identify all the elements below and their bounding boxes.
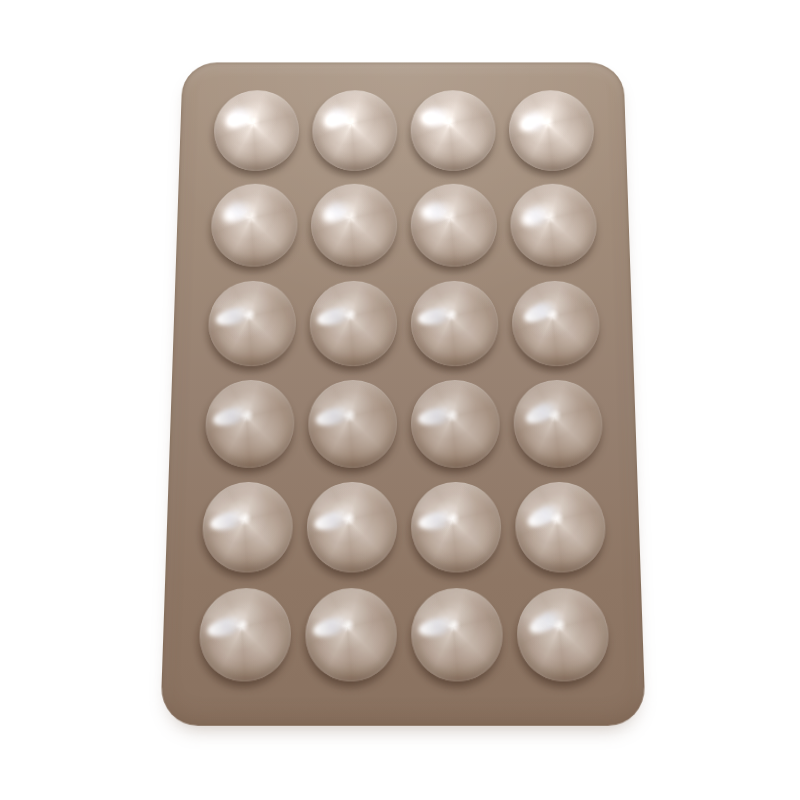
grid-cell xyxy=(304,178,404,274)
grid-cell xyxy=(194,475,301,580)
suction-cup xyxy=(411,90,496,170)
suction-cup xyxy=(513,380,604,468)
grid-cell xyxy=(299,475,404,580)
suction-cup xyxy=(210,184,298,267)
photo-background xyxy=(0,0,800,800)
grid-cell xyxy=(503,178,605,274)
suction-cup-grid xyxy=(160,62,646,725)
suction-cup xyxy=(510,184,598,267)
grid-cell xyxy=(404,178,504,274)
grid-cell xyxy=(502,84,602,178)
grid-cell xyxy=(206,84,306,178)
grid-cell xyxy=(301,373,404,475)
suction-cup xyxy=(411,281,499,366)
suction-cup xyxy=(308,380,397,468)
suction-cup xyxy=(411,184,498,267)
suction-cup xyxy=(309,281,397,366)
suction-cup xyxy=(306,482,397,573)
grid-cell xyxy=(404,274,506,373)
grid-cell xyxy=(191,580,299,689)
grid-cell xyxy=(509,580,617,689)
suction-cup xyxy=(201,482,293,573)
grid-cell xyxy=(200,274,303,373)
grid-cell xyxy=(297,580,404,689)
grid-cell xyxy=(507,475,614,580)
suction-cup xyxy=(508,90,595,170)
suction-cup xyxy=(411,482,502,573)
suction-cup xyxy=(516,588,609,681)
suction-cup xyxy=(511,281,600,366)
grid-cell xyxy=(504,274,607,373)
grid-cell xyxy=(404,580,511,689)
suction-cup xyxy=(207,281,296,366)
suction-cup xyxy=(204,380,295,468)
suction-cup xyxy=(213,90,300,170)
grid-cell xyxy=(404,475,509,580)
suction-cup xyxy=(311,184,398,267)
grid-cell xyxy=(197,373,302,475)
silicone-pad xyxy=(160,62,646,725)
grid-cell xyxy=(302,274,404,373)
suction-cup xyxy=(312,90,397,170)
suction-cup xyxy=(305,588,397,681)
suction-cup xyxy=(198,588,291,681)
suction-cup xyxy=(411,380,500,468)
grid-cell xyxy=(305,84,404,178)
grid-cell xyxy=(404,84,503,178)
suction-cup xyxy=(411,588,503,681)
suction-cup xyxy=(515,482,607,573)
grid-cell xyxy=(404,373,507,475)
grid-cell xyxy=(506,373,611,475)
grid-cell xyxy=(203,178,305,274)
